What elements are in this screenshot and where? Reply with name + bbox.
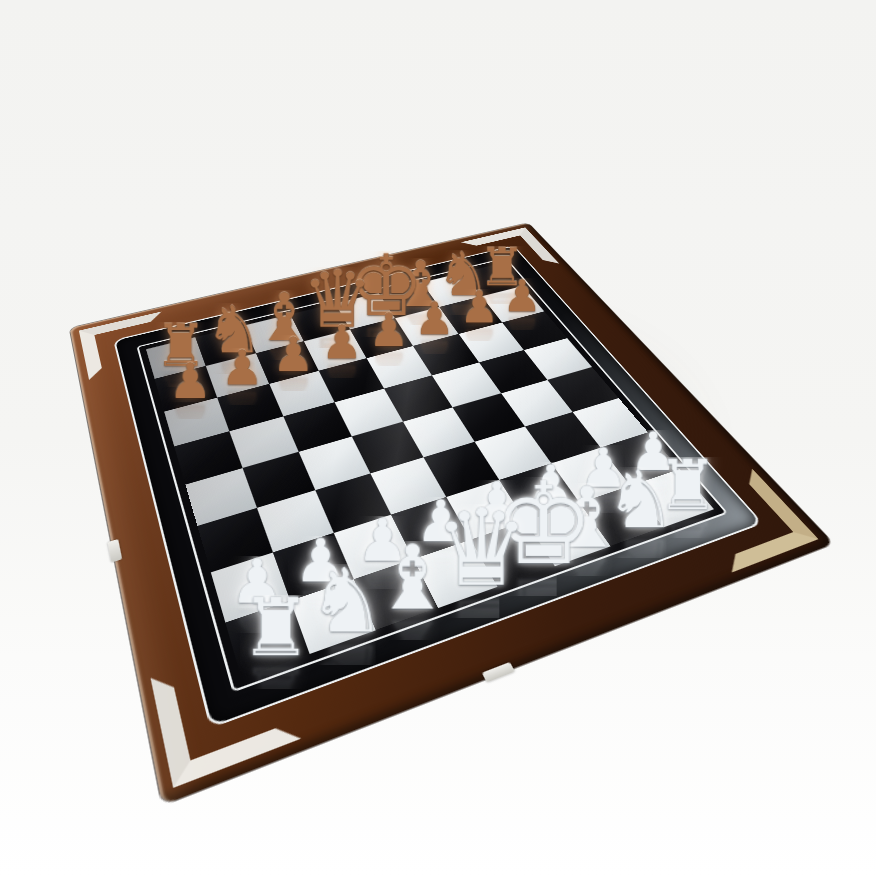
piece-black-pawn-e7[interactable]: ♟♟ [364, 311, 414, 350]
white-knight-glyph: ♞ [308, 564, 376, 639]
scene: ♜♜♞♞♝♝♛♛♚♚♝♝♞♞♜♜♟♟♟♟♟♟♟♟♟♟♟♟♟♟♟♟♟♟♟♟♟♟♟♟… [0, 0, 876, 876]
piece-black-pawn-b7[interactable]: ♟♟ [216, 348, 268, 389]
piece-black-pawn-h7[interactable]: ♟♟ [498, 278, 545, 315]
black-pawn-glyph: ♟ [410, 300, 459, 338]
black-pawn-glyph: ♟ [364, 311, 414, 350]
piece-black-pawn-a7[interactable]: ♟♟ [164, 361, 217, 403]
white-rook-glyph: ♜ [240, 595, 310, 663]
piece-black-pawn-d7[interactable]: ♟♟ [317, 323, 367, 362]
black-pawn-glyph: ♟ [317, 323, 367, 362]
piece-black-pawn-g7[interactable]: ♟♟ [455, 289, 503, 327]
black-pawn-glyph: ♟ [498, 278, 545, 315]
black-pawn-glyph: ♟ [267, 335, 318, 375]
piece-black-pawn-f7[interactable]: ♟♟ [410, 300, 459, 338]
piece-white-knight-b1[interactable]: ♞♞ [308, 564, 376, 639]
piece-white-rook-a1[interactable]: ♜♜ [240, 595, 310, 663]
black-pawn-glyph: ♟ [216, 348, 268, 389]
black-pawn-glyph: ♟ [455, 289, 503, 327]
piece-black-pawn-c7[interactable]: ♟♟ [267, 335, 318, 375]
black-pawn-glyph: ♟ [164, 361, 217, 403]
